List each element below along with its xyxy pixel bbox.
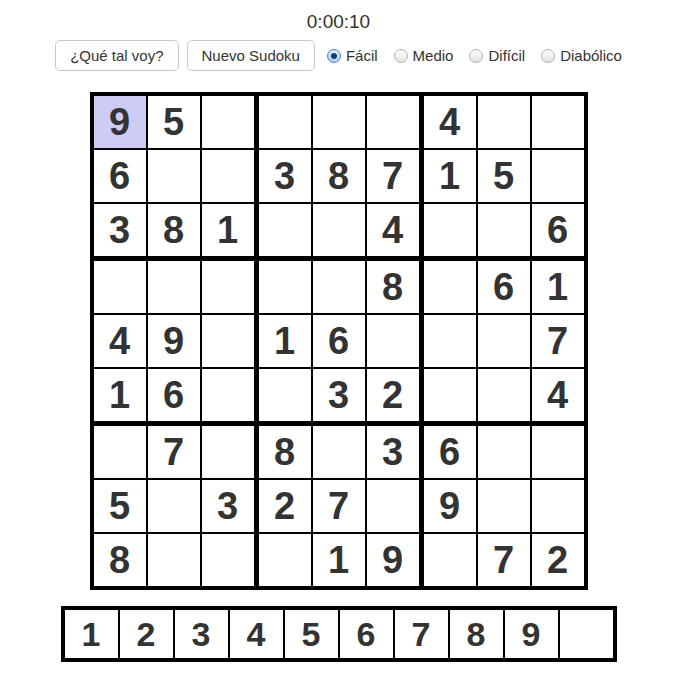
digit-tray: 123456789	[61, 606, 617, 662]
sudoku-cell[interactable]: 4	[532, 369, 584, 421]
sudoku-cell[interactable]: 1	[424, 150, 478, 202]
difficulty-label: Fácil	[346, 47, 378, 64]
board-row: 638715	[94, 150, 584, 204]
tray-cell-7[interactable]: 7	[395, 610, 450, 658]
sudoku-cell[interactable]	[424, 534, 478, 586]
tray-cell-9[interactable]: 9	[505, 610, 560, 658]
difficulty-label: Difícil	[488, 47, 525, 64]
sudoku-cell[interactable]	[367, 480, 424, 532]
radio-icon[interactable]	[394, 49, 408, 63]
sudoku-cell[interactable]	[424, 315, 478, 367]
sudoku-cell[interactable]	[313, 426, 367, 478]
board-row: 16324	[94, 369, 584, 426]
sudoku-cell[interactable]: 7	[313, 480, 367, 532]
sudoku-cell[interactable]	[478, 426, 532, 478]
sudoku-cell[interactable]: 1	[532, 261, 584, 313]
sudoku-cell[interactable]	[532, 96, 584, 148]
tray-cell-erase[interactable]	[560, 610, 613, 658]
difficulty-radio-3[interactable]: Diabólico	[541, 47, 622, 64]
sudoku-cell[interactable]	[532, 150, 584, 202]
tray-cell-1[interactable]: 1	[65, 610, 120, 658]
sudoku-cell[interactable]: 7	[532, 315, 584, 367]
sudoku-cell[interactable]: 1	[202, 204, 259, 256]
board-row: 81972	[94, 534, 584, 586]
sudoku-cell[interactable]	[202, 96, 259, 148]
tray-cell-3[interactable]: 3	[175, 610, 230, 658]
difficulty-radio-0[interactable]: Fácil	[327, 47, 378, 64]
sudoku-cell[interactable]: 3	[313, 369, 367, 421]
sudoku-cell[interactable]	[532, 426, 584, 478]
sudoku-cell[interactable]: 2	[259, 480, 313, 532]
sudoku-cell[interactable]	[148, 534, 202, 586]
sudoku-cell[interactable]	[313, 204, 367, 256]
sudoku-cell[interactable]	[478, 96, 532, 148]
radio-icon[interactable]	[469, 49, 483, 63]
sudoku-cell[interactable]: 5	[148, 96, 202, 148]
tray-cell-4[interactable]: 4	[230, 610, 285, 658]
sudoku-cell[interactable]	[259, 369, 313, 421]
sudoku-cell[interactable]: 8	[94, 534, 148, 586]
sudoku-cell[interactable]: 8	[367, 261, 424, 313]
sudoku-cell[interactable]	[424, 369, 478, 421]
sudoku-cell[interactable]	[478, 369, 532, 421]
sudoku-cell[interactable]: 8	[148, 204, 202, 256]
sudoku-cell[interactable]	[367, 96, 424, 148]
sudoku-cell[interactable]: 5	[478, 150, 532, 202]
progress-button[interactable]: ¿Qué tal voy?	[55, 40, 178, 71]
sudoku-cell[interactable]: 8	[259, 426, 313, 478]
sudoku-cell[interactable]	[532, 480, 584, 532]
radio-icon[interactable]	[541, 49, 555, 63]
difficulty-label: Diabólico	[560, 47, 622, 64]
radio-selected-icon[interactable]	[327, 49, 341, 63]
sudoku-cell[interactable]	[478, 480, 532, 532]
sudoku-cell[interactable]	[367, 315, 424, 367]
sudoku-cell[interactable]: 1	[313, 534, 367, 586]
sudoku-cell[interactable]	[424, 261, 478, 313]
sudoku-cell[interactable]	[94, 261, 148, 313]
sudoku-cell[interactable]: 7	[478, 534, 532, 586]
board-row: 954	[94, 96, 584, 150]
difficulty-radios: FácilMedioDifícilDiabólico	[327, 47, 622, 64]
board-row: 49167	[94, 315, 584, 369]
sudoku-cell[interactable]: 2	[367, 369, 424, 421]
sudoku-cell[interactable]: 9	[367, 534, 424, 586]
controls-bar: ¿Qué tal voy? Nuevo Sudoku FácilMedioDif…	[0, 40, 677, 71]
sudoku-cell[interactable]: 6	[148, 369, 202, 421]
sudoku-cell[interactable]	[202, 261, 259, 313]
sudoku-cell[interactable]	[313, 261, 367, 313]
sudoku-board: 9546387153814686149167163247836532798197…	[90, 92, 588, 590]
difficulty-radio-2[interactable]: Difícil	[469, 47, 525, 64]
sudoku-cell-selected[interactable]: 9	[94, 96, 148, 148]
sudoku-cell[interactable]	[259, 534, 313, 586]
board-row: 38146	[94, 204, 584, 261]
sudoku-cell[interactable]	[148, 150, 202, 202]
sudoku-cell[interactable]	[313, 96, 367, 148]
difficulty-radio-1[interactable]: Medio	[394, 47, 454, 64]
timer: 0:00:10	[0, 11, 677, 33]
sudoku-cell[interactable]: 3	[367, 426, 424, 478]
sudoku-cell[interactable]: 7	[367, 150, 424, 202]
sudoku-cell[interactable]: 9	[424, 480, 478, 532]
board-row: 53279	[94, 480, 584, 534]
sudoku-cell[interactable]	[478, 315, 532, 367]
sudoku-cell[interactable]: 2	[532, 534, 584, 586]
radio-dot	[331, 53, 337, 59]
board-row: 861	[94, 261, 584, 315]
sudoku-cell[interactable]	[148, 480, 202, 532]
sudoku-cell[interactable]: 3	[94, 204, 148, 256]
sudoku-cell[interactable]: 6	[532, 204, 584, 256]
tray-cell-2[interactable]: 2	[120, 610, 175, 658]
sudoku-cell[interactable]: 4	[94, 315, 148, 367]
difficulty-label: Medio	[413, 47, 454, 64]
sudoku-cell[interactable]	[202, 369, 259, 421]
sudoku-cell[interactable]	[424, 204, 478, 256]
sudoku-cell[interactable]: 1	[94, 369, 148, 421]
sudoku-cell[interactable]	[94, 426, 148, 478]
sudoku-cell[interactable]: 3	[259, 150, 313, 202]
sudoku-cell[interactable]	[259, 96, 313, 148]
sudoku-cell[interactable]: 8	[313, 150, 367, 202]
sudoku-cell[interactable]: 4	[424, 96, 478, 148]
sudoku-cell[interactable]: 1	[259, 315, 313, 367]
sudoku-cell[interactable]	[259, 204, 313, 256]
sudoku-cell[interactable]: 6	[94, 150, 148, 202]
sudoku-cell[interactable]	[202, 426, 259, 478]
board-row: 7836	[94, 426, 584, 480]
sudoku-cell[interactable]	[478, 204, 532, 256]
sudoku-cell[interactable]: 6	[478, 261, 532, 313]
sudoku-cell[interactable]	[259, 261, 313, 313]
sudoku-cell[interactable]: 5	[94, 480, 148, 532]
sudoku-cell[interactable]: 6	[424, 426, 478, 478]
sudoku-cell[interactable]: 9	[148, 315, 202, 367]
tray-cell-6[interactable]: 6	[340, 610, 395, 658]
sudoku-cell[interactable]: 6	[313, 315, 367, 367]
sudoku-cell[interactable]: 3	[202, 480, 259, 532]
sudoku-cell[interactable]	[148, 261, 202, 313]
sudoku-cell[interactable]	[202, 534, 259, 586]
sudoku-cell[interactable]: 7	[148, 426, 202, 478]
new-sudoku-button[interactable]: Nuevo Sudoku	[187, 40, 315, 71]
tray-cell-8[interactable]: 8	[450, 610, 505, 658]
sudoku-cell[interactable]	[202, 150, 259, 202]
tray-cell-5[interactable]: 5	[285, 610, 340, 658]
sudoku-cell[interactable]	[202, 315, 259, 367]
sudoku-cell[interactable]: 4	[367, 204, 424, 256]
